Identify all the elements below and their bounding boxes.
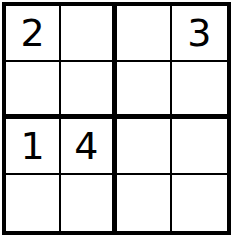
cell-r2c3[interactable]: [117, 62, 172, 118]
cell-r3c4[interactable]: [172, 119, 227, 175]
sudoku-board: 2 3 1 4: [2, 2, 231, 235]
cell-r3c2: 4: [61, 119, 116, 175]
cell-r1c3[interactable]: [117, 6, 172, 62]
cell-r1c1: 2: [6, 6, 61, 62]
cell-r4c3[interactable]: [117, 175, 172, 231]
cell-r3c3[interactable]: [117, 119, 172, 175]
cell-r4c4[interactable]: [172, 175, 227, 231]
cell-r4c1[interactable]: [6, 175, 61, 231]
sudoku-puzzle: 2 3 1 4: [0, 0, 233, 237]
cell-r1c4: 3: [172, 6, 227, 62]
cell-r2c2[interactable]: [61, 62, 116, 118]
cell-r3c1: 1: [6, 119, 61, 175]
cell-r2c4[interactable]: [172, 62, 227, 118]
cell-r4c2[interactable]: [61, 175, 116, 231]
cell-r1c2[interactable]: [61, 6, 116, 62]
cell-r2c1[interactable]: [6, 62, 61, 118]
